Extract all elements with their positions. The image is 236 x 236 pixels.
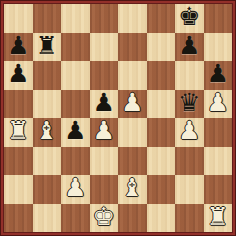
square-c1[interactable] xyxy=(61,204,90,233)
piece-black-king: ♚ xyxy=(178,4,200,32)
piece-white-rook: ♜ xyxy=(7,118,29,146)
square-g6[interactable] xyxy=(175,61,204,90)
square-a1[interactable] xyxy=(4,204,33,233)
square-g1[interactable] xyxy=(175,204,204,233)
square-g8[interactable]: ♚ xyxy=(175,4,204,33)
square-b3[interactable] xyxy=(33,147,62,176)
piece-white-pawn: ♟ xyxy=(178,118,200,146)
square-e4[interactable] xyxy=(118,118,147,147)
square-c4[interactable]: ♟ xyxy=(61,118,90,147)
square-g7[interactable]: ♟ xyxy=(175,33,204,62)
square-b1[interactable] xyxy=(33,204,62,233)
square-d7[interactable] xyxy=(90,33,119,62)
piece-black-pawn: ♟ xyxy=(7,61,29,89)
square-d6[interactable] xyxy=(90,61,119,90)
square-a4[interactable]: ♜ xyxy=(4,118,33,147)
piece-black-pawn: ♟ xyxy=(64,118,86,146)
square-h2[interactable] xyxy=(204,175,233,204)
square-c8[interactable] xyxy=(61,4,90,33)
piece-white-bishop: ♝ xyxy=(121,175,143,203)
square-b2[interactable] xyxy=(33,175,62,204)
piece-white-pawn: ♟ xyxy=(93,118,115,146)
piece-white-rook: ♜ xyxy=(207,204,229,232)
square-h4[interactable] xyxy=(204,118,233,147)
square-c7[interactable] xyxy=(61,33,90,62)
square-e3[interactable] xyxy=(118,147,147,176)
square-e1[interactable] xyxy=(118,204,147,233)
square-a6[interactable]: ♟ xyxy=(4,61,33,90)
piece-black-pawn: ♟ xyxy=(178,33,200,61)
square-g5[interactable]: ♛ xyxy=(175,90,204,119)
square-a8[interactable] xyxy=(4,4,33,33)
square-f2[interactable] xyxy=(147,175,176,204)
piece-white-pawn: ♟ xyxy=(121,90,143,118)
square-a7[interactable]: ♟ xyxy=(4,33,33,62)
square-h1[interactable]: ♜ xyxy=(204,204,233,233)
piece-black-pawn: ♟ xyxy=(7,33,29,61)
square-a3[interactable] xyxy=(4,147,33,176)
chess-board: ♚♟♜♟♟♟♟♟♛♟♜♝♟♟♟♟♝♚♜ xyxy=(4,4,232,232)
square-g3[interactable] xyxy=(175,147,204,176)
board-frame: ♚♟♜♟♟♟♟♟♛♟♜♝♟♟♟♟♝♚♜ xyxy=(0,0,236,236)
piece-black-rook: ♜ xyxy=(36,33,58,61)
square-c2[interactable]: ♟ xyxy=(61,175,90,204)
square-e7[interactable] xyxy=(118,33,147,62)
square-f5[interactable] xyxy=(147,90,176,119)
square-c3[interactable] xyxy=(61,147,90,176)
piece-white-pawn: ♟ xyxy=(64,175,86,203)
square-b7[interactable]: ♜ xyxy=(33,33,62,62)
square-h5[interactable]: ♟ xyxy=(204,90,233,119)
square-b5[interactable] xyxy=(33,90,62,119)
square-d2[interactable] xyxy=(90,175,119,204)
square-f1[interactable] xyxy=(147,204,176,233)
square-c6[interactable] xyxy=(61,61,90,90)
piece-black-pawn: ♟ xyxy=(93,90,115,118)
square-f4[interactable] xyxy=(147,118,176,147)
piece-white-bishop: ♝ xyxy=(36,118,58,146)
square-b6[interactable] xyxy=(33,61,62,90)
square-e8[interactable] xyxy=(118,4,147,33)
square-e2[interactable]: ♝ xyxy=(118,175,147,204)
square-c5[interactable] xyxy=(61,90,90,119)
square-h8[interactable] xyxy=(204,4,233,33)
square-d4[interactable]: ♟ xyxy=(90,118,119,147)
square-g2[interactable] xyxy=(175,175,204,204)
square-h7[interactable] xyxy=(204,33,233,62)
square-d8[interactable] xyxy=(90,4,119,33)
square-h6[interactable]: ♟ xyxy=(204,61,233,90)
square-f3[interactable] xyxy=(147,147,176,176)
square-b8[interactable] xyxy=(33,4,62,33)
piece-white-king: ♚ xyxy=(93,204,115,232)
square-e6[interactable] xyxy=(118,61,147,90)
square-b4[interactable]: ♝ xyxy=(33,118,62,147)
square-a5[interactable] xyxy=(4,90,33,119)
square-d1[interactable]: ♚ xyxy=(90,204,119,233)
piece-black-pawn: ♟ xyxy=(207,61,229,89)
square-d5[interactable]: ♟ xyxy=(90,90,119,119)
square-h3[interactable] xyxy=(204,147,233,176)
square-f8[interactable] xyxy=(147,4,176,33)
square-g4[interactable]: ♟ xyxy=(175,118,204,147)
square-d3[interactable] xyxy=(90,147,119,176)
square-f7[interactable] xyxy=(147,33,176,62)
square-f6[interactable] xyxy=(147,61,176,90)
square-e5[interactable]: ♟ xyxy=(118,90,147,119)
piece-white-pawn: ♟ xyxy=(207,90,229,118)
piece-black-queen: ♛ xyxy=(178,90,200,118)
square-a2[interactable] xyxy=(4,175,33,204)
